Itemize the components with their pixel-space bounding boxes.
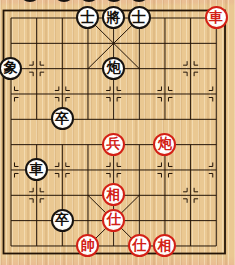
board-cell[interactable] — [75, 30, 101, 55]
board-cell[interactable] — [49, 132, 75, 157]
board-cell[interactable] — [0, 81, 24, 106]
board-cell[interactable] — [0, 182, 24, 207]
board-cell[interactable] — [203, 30, 229, 55]
board-cell[interactable]: 象 — [0, 56, 24, 81]
board-cell[interactable] — [152, 81, 178, 106]
board-cell[interactable] — [24, 5, 50, 30]
board-cell[interactable] — [178, 233, 204, 258]
board-cell[interactable] — [49, 30, 75, 55]
piece-red-elephant[interactable]: 相 — [153, 234, 176, 257]
board-cell[interactable]: 兵 — [101, 132, 127, 157]
board-cell[interactable] — [203, 208, 229, 233]
board-cell[interactable]: 仕 — [101, 208, 127, 233]
board-cell[interactable]: 卒 — [49, 106, 75, 131]
board-cell[interactable] — [203, 157, 229, 182]
board-cell[interactable] — [203, 233, 229, 258]
board-cell[interactable] — [126, 208, 152, 233]
board-cell[interactable] — [24, 208, 50, 233]
piece-red-advisor[interactable]: 仕 — [128, 234, 151, 257]
board-cell[interactable] — [178, 81, 204, 106]
piece-red-general[interactable]: 帥 — [76, 234, 99, 257]
board-cell[interactable] — [126, 132, 152, 157]
board-cell[interactable] — [203, 106, 229, 131]
board-cell[interactable]: 士 — [75, 5, 101, 30]
board-cell[interactable] — [0, 30, 24, 55]
board-cell[interactable] — [24, 182, 50, 207]
board-cell[interactable] — [101, 157, 127, 182]
piece-black-advisor[interactable]: 士 — [76, 6, 99, 29]
board-grid: 士將士車象炮卒兵炮車相卒仕帥仕相 — [0, 5, 229, 258]
board-cell[interactable] — [178, 106, 204, 131]
board-cell[interactable] — [203, 81, 229, 106]
piece-black-cannon[interactable]: 炮 — [102, 57, 125, 80]
board-cell[interactable] — [178, 132, 204, 157]
piece-black-elephant[interactable]: 象 — [0, 57, 22, 80]
board-cell[interactable] — [101, 233, 127, 258]
board-cell[interactable] — [75, 81, 101, 106]
board-cell[interactable] — [75, 208, 101, 233]
board-cell[interactable] — [152, 5, 178, 30]
piece-black-soldier[interactable]: 卒 — [51, 209, 74, 232]
board-cell[interactable] — [24, 106, 50, 131]
board-cell[interactable] — [126, 56, 152, 81]
board-cell[interactable] — [152, 208, 178, 233]
board-cell[interactable] — [152, 56, 178, 81]
board-cell[interactable] — [126, 106, 152, 131]
board-cell[interactable] — [101, 81, 127, 106]
piece-black-soldier[interactable]: 卒 — [51, 107, 74, 130]
board-cell[interactable] — [203, 56, 229, 81]
board-cell[interactable] — [0, 5, 24, 30]
board-cell[interactable] — [75, 157, 101, 182]
board-cell[interactable]: 將 — [101, 5, 127, 30]
board-cell[interactable] — [178, 30, 204, 55]
board-cell[interactable] — [152, 30, 178, 55]
board-cell[interactable] — [126, 81, 152, 106]
board-cell[interactable] — [178, 157, 204, 182]
board-cell[interactable] — [126, 30, 152, 55]
board-cell[interactable]: 車 — [24, 157, 50, 182]
board-cell[interactable] — [0, 208, 24, 233]
board-cell[interactable] — [126, 157, 152, 182]
board-cell[interactable] — [0, 132, 24, 157]
board-cell[interactable] — [178, 56, 204, 81]
board-cell[interactable] — [178, 208, 204, 233]
board-cell[interactable] — [178, 5, 204, 30]
piece-black-general[interactable]: 將 — [102, 6, 125, 29]
board-cell[interactable] — [75, 132, 101, 157]
board-cell[interactable]: 相 — [101, 182, 127, 207]
board-cell[interactable]: 卒 — [49, 208, 75, 233]
piece-black-chariot[interactable]: 車 — [25, 158, 48, 181]
board-cell[interactable] — [49, 5, 75, 30]
piece-red-soldier[interactable]: 兵 — [102, 133, 125, 156]
board-cell[interactable]: 士 — [126, 5, 152, 30]
board-cell[interactable] — [49, 81, 75, 106]
board-cell[interactable] — [24, 132, 50, 157]
board-cell[interactable] — [0, 233, 24, 258]
piece-red-cannon[interactable]: 炮 — [153, 133, 176, 156]
board-cell[interactable] — [49, 157, 75, 182]
board-cell[interactable] — [24, 233, 50, 258]
board-cell[interactable] — [152, 106, 178, 131]
board-cell[interactable] — [75, 106, 101, 131]
board-cell[interactable]: 炮 — [152, 132, 178, 157]
board-cell[interactable]: 車 — [203, 5, 229, 30]
board-cell[interactable] — [126, 182, 152, 207]
piece-red-chariot[interactable]: 車 — [205, 6, 228, 29]
board-cell[interactable] — [152, 157, 178, 182]
piece-black-advisor[interactable]: 士 — [128, 6, 151, 29]
board-cell[interactable]: 炮 — [101, 56, 127, 81]
board-cell[interactable] — [49, 182, 75, 207]
board-cell[interactable] — [178, 182, 204, 207]
board-cell[interactable] — [101, 106, 127, 131]
board-cell[interactable] — [49, 56, 75, 81]
piece-red-advisor[interactable]: 仕 — [102, 209, 125, 232]
board-cell[interactable] — [203, 182, 229, 207]
board-cell[interactable]: 帥 — [75, 233, 101, 258]
board-cell[interactable] — [75, 182, 101, 207]
board-cell[interactable] — [152, 182, 178, 207]
board-cell[interactable]: 相 — [152, 233, 178, 258]
board-cell[interactable] — [24, 81, 50, 106]
xiangqi-board: 士將士車象炮卒兵炮車相卒仕帥仕相 — [0, 0, 235, 265]
piece-red-elephant[interactable]: 相 — [102, 183, 125, 206]
board-cell[interactable] — [49, 233, 75, 258]
board-cell[interactable] — [203, 132, 229, 157]
board-cell[interactable] — [24, 30, 50, 55]
board-cell[interactable] — [75, 56, 101, 81]
board-cell[interactable] — [24, 56, 50, 81]
board-cell[interactable] — [0, 106, 24, 131]
board-cell[interactable] — [0, 157, 24, 182]
board-cell[interactable]: 仕 — [126, 233, 152, 258]
board-cell[interactable] — [101, 30, 127, 55]
